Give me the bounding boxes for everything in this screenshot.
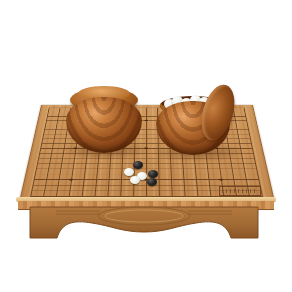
white-stone-K8 [130,176,140,184]
black-stone-M9 [148,170,158,178]
go-table-photo [0,0,292,292]
maker-plaque-engraving [222,189,258,193]
black-stone-K10 [133,161,143,169]
white-stone-J9 [124,168,134,176]
black-stone-M8 [147,178,157,186]
maker-plaque [219,186,261,196]
